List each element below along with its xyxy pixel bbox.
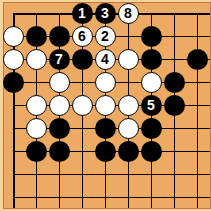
intersection-c9-r7 [186,140,209,163]
stone-black-move-7: 7 [49,49,70,70]
intersection-c8-r4 [163,71,186,94]
stone-white [26,95,47,116]
stone-white [49,72,70,93]
intersection-c4-r3 [71,48,94,71]
stone-white-move-8: 8 [118,3,139,24]
intersection-c5-r7 [94,140,117,163]
stone-black [164,72,185,93]
move-number: 6 [78,29,86,43]
stone-white-move-4: 4 [95,49,116,70]
intersection-c4-r2: 6 [71,25,94,48]
intersection-c8-r6 [163,117,186,140]
intersection-c9-r8 [186,163,209,186]
intersection-c8-r1 [163,2,186,25]
stone-white [3,49,24,70]
intersection-c4-r4 [71,71,94,94]
intersection-c6-r8 [117,163,140,186]
intersection-c3-r7 [48,140,71,163]
stone-white [118,49,139,70]
stone-black [49,118,70,139]
intersection-c2-r9 [25,186,48,209]
intersection-c8-r3 [163,48,186,71]
intersection-c5-r9 [94,186,117,209]
intersection-c5-r2: 2 [94,25,117,48]
stone-black [72,49,93,70]
stone-black [49,141,70,162]
stone-black [118,141,139,162]
intersection-c5-r3: 4 [94,48,117,71]
intersection-c8-r2 [163,25,186,48]
intersection-c9-r9 [186,186,209,209]
stone-white [95,95,116,116]
intersection-c6-r1: 8 [117,2,140,25]
intersection-c2-r5 [25,94,48,117]
intersection-c3-r5 [48,94,71,117]
intersection-c6-r4 [117,71,140,94]
intersection-c7-r5: 5 [140,94,163,117]
intersection-c4-r5 [71,94,94,117]
intersection-c5-r1: 3 [94,2,117,25]
intersection-c8-r5 [163,94,186,117]
intersection-c6-r7 [117,140,140,163]
intersection-c5-r4 [94,71,117,94]
intersection-c1-r6 [2,117,25,140]
stone-white-move-6: 6 [72,26,93,47]
intersection-c7-r3 [140,48,163,71]
intersection-c2-r7 [25,140,48,163]
intersection-c3-r1 [48,2,71,25]
stone-black-move-5: 5 [141,95,162,116]
stone-black [95,141,116,162]
intersection-c2-r8 [25,163,48,186]
intersection-c9-r5 [186,94,209,117]
stone-black [141,141,162,162]
intersection-c7-r8 [140,163,163,186]
intersection-c4-r9 [71,186,94,209]
intersection-c8-r8 [163,163,186,186]
intersection-c9-r6 [186,117,209,140]
intersection-c5-r6 [94,117,117,140]
stone-white [3,26,24,47]
stone-black [164,95,185,116]
move-number: 7 [55,52,63,66]
intersection-c9-r2 [186,25,209,48]
intersection-c1-r4 [2,71,25,94]
intersection-c7-r2 [140,25,163,48]
intersection-c2-r6 [25,117,48,140]
stone-black [49,26,70,47]
move-number: 2 [101,29,109,43]
stone-white [26,118,47,139]
intersection-c8-r7 [163,140,186,163]
stone-black [141,118,162,139]
intersection-c2-r3 [25,48,48,71]
stones-grid: 13862745 [2,2,209,209]
intersection-c6-r5 [117,94,140,117]
stone-black-move-1: 1 [72,3,93,24]
intersection-c1-r7 [2,140,25,163]
intersection-c7-r6 [140,117,163,140]
intersection-c9-r3 [186,48,209,71]
intersection-c7-r9 [140,186,163,209]
intersection-c4-r7 [71,140,94,163]
intersection-c8-r9 [163,186,186,209]
move-number: 3 [101,6,109,20]
move-number: 4 [101,52,109,66]
intersection-c6-r6 [117,117,140,140]
intersection-c5-r8 [94,163,117,186]
intersection-c6-r9 [117,186,140,209]
stone-white-move-2: 2 [95,26,116,47]
stone-black [3,72,24,93]
intersection-c6-r3 [117,48,140,71]
stone-black [187,49,208,70]
intersection-c4-r1: 1 [71,2,94,25]
move-number: 5 [147,98,155,112]
move-number: 1 [78,6,86,20]
intersection-c3-r6 [48,117,71,140]
stone-black [26,141,47,162]
go-board: 13862745 [4,3,210,208]
intersection-c2-r2 [25,25,48,48]
stone-black [95,118,116,139]
intersection-c9-r4 [186,71,209,94]
intersection-c9-r1 [186,2,209,25]
stone-black [141,26,162,47]
intersection-c1-r5 [2,94,25,117]
stone-black [141,49,162,70]
intersection-c1-r9 [2,186,25,209]
intersection-c1-r3 [2,48,25,71]
intersection-c1-r8 [2,163,25,186]
intersection-c1-r1 [2,2,25,25]
stone-white [72,95,93,116]
go-diagram: 13862745 [0,0,211,211]
intersection-c6-r2 [117,25,140,48]
intersection-c3-r4 [48,71,71,94]
stone-white [141,72,162,93]
intersection-c2-r4 [25,71,48,94]
intersection-c7-r7 [140,140,163,163]
intersection-c3-r2 [48,25,71,48]
stone-white [26,49,47,70]
intersection-c3-r8 [48,163,71,186]
intersection-c7-r4 [140,71,163,94]
stone-black [26,26,47,47]
intersection-c7-r1 [140,2,163,25]
stone-white [118,118,139,139]
intersection-c2-r1 [25,2,48,25]
stone-white [95,72,116,93]
stone-black-move-3: 3 [95,3,116,24]
intersection-c4-r6 [71,117,94,140]
intersection-c1-r2 [2,25,25,48]
intersection-c5-r5 [94,94,117,117]
move-number: 8 [124,6,132,20]
intersection-c4-r8 [71,163,94,186]
intersection-c3-r9 [48,186,71,209]
stone-white [49,95,70,116]
stone-white [118,95,139,116]
intersection-c3-r3: 7 [48,48,71,71]
